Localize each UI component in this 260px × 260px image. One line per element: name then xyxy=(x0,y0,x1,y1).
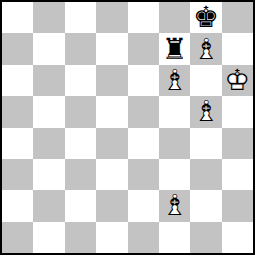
white-king-outline-layer: ♔ xyxy=(224,65,250,96)
square-d7[interactable] xyxy=(96,33,127,64)
square-e7[interactable] xyxy=(128,33,159,64)
square-g3[interactable] xyxy=(190,159,221,190)
square-f8[interactable] xyxy=(159,2,190,33)
white-king-icon: ♚♔ xyxy=(222,65,253,96)
square-h3[interactable] xyxy=(222,159,253,190)
square-h8[interactable] xyxy=(222,2,253,33)
white-bishop-icon: ♝♗ xyxy=(190,33,221,64)
square-g2[interactable] xyxy=(190,190,221,221)
square-h5[interactable] xyxy=(222,96,253,127)
square-g7[interactable]: ♝♗ xyxy=(190,33,221,64)
square-f1[interactable] xyxy=(159,222,190,253)
square-c1[interactable] xyxy=(65,222,96,253)
square-a6[interactable] xyxy=(2,65,33,96)
square-c5[interactable] xyxy=(65,96,96,127)
square-h4[interactable] xyxy=(222,128,253,159)
square-e5[interactable] xyxy=(128,96,159,127)
square-g6[interactable] xyxy=(190,65,221,96)
square-f5[interactable] xyxy=(159,96,190,127)
square-b5[interactable] xyxy=(33,96,64,127)
square-d4[interactable] xyxy=(96,128,127,159)
square-f7[interactable]: ♜ xyxy=(159,33,190,64)
square-d2[interactable] xyxy=(96,190,127,221)
square-d6[interactable] xyxy=(96,65,127,96)
square-c8[interactable] xyxy=(65,2,96,33)
white-bishop-outline-layer: ♗ xyxy=(162,65,188,96)
square-a2[interactable] xyxy=(2,190,33,221)
square-g5[interactable]: ♝♗ xyxy=(190,96,221,127)
square-h1[interactable] xyxy=(222,222,253,253)
square-a4[interactable] xyxy=(2,128,33,159)
square-g8[interactable]: ♚ xyxy=(190,2,221,33)
white-bishop-icon: ♝♗ xyxy=(159,65,190,96)
white-bishop-icon: ♝♗ xyxy=(190,96,221,127)
square-b8[interactable] xyxy=(33,2,64,33)
square-e1[interactable] xyxy=(128,222,159,253)
square-h6[interactable]: ♚♔ xyxy=(222,65,253,96)
square-b6[interactable] xyxy=(33,65,64,96)
square-a8[interactable] xyxy=(2,2,33,33)
square-b2[interactable] xyxy=(33,190,64,221)
square-a1[interactable] xyxy=(2,222,33,253)
square-a5[interactable] xyxy=(2,96,33,127)
square-b3[interactable] xyxy=(33,159,64,190)
square-a3[interactable] xyxy=(2,159,33,190)
square-e8[interactable] xyxy=(128,2,159,33)
white-bishop-outline-layer: ♗ xyxy=(193,96,219,127)
black-rook-outline-layer: ♜ xyxy=(162,34,188,65)
square-c4[interactable] xyxy=(65,128,96,159)
square-f2[interactable]: ♝♗ xyxy=(159,190,190,221)
square-b4[interactable] xyxy=(33,128,64,159)
square-e2[interactable] xyxy=(128,190,159,221)
square-e4[interactable] xyxy=(128,128,159,159)
white-bishop-icon: ♝♗ xyxy=(159,190,190,221)
square-d8[interactable] xyxy=(96,2,127,33)
black-king-outline-layer: ♚ xyxy=(193,2,219,33)
square-c3[interactable] xyxy=(65,159,96,190)
square-d1[interactable] xyxy=(96,222,127,253)
chess-diagram: ♚♜♝♗♝♗♚♔♝♗♝♗ xyxy=(0,0,260,260)
square-c2[interactable] xyxy=(65,190,96,221)
square-f3[interactable] xyxy=(159,159,190,190)
square-f4[interactable] xyxy=(159,128,190,159)
square-a7[interactable] xyxy=(2,33,33,64)
square-g4[interactable] xyxy=(190,128,221,159)
square-f6[interactable]: ♝♗ xyxy=(159,65,190,96)
square-h2[interactable] xyxy=(222,190,253,221)
black-king-icon: ♚ xyxy=(190,2,221,33)
square-b7[interactable] xyxy=(33,33,64,64)
square-d3[interactable] xyxy=(96,159,127,190)
square-e3[interactable] xyxy=(128,159,159,190)
square-b1[interactable] xyxy=(33,222,64,253)
black-rook-icon: ♜ xyxy=(159,33,190,64)
chess-board: ♚♜♝♗♝♗♚♔♝♗♝♗ xyxy=(0,0,255,255)
square-d5[interactable] xyxy=(96,96,127,127)
white-bishop-outline-layer: ♗ xyxy=(193,34,219,65)
square-h7[interactable] xyxy=(222,33,253,64)
square-e6[interactable] xyxy=(128,65,159,96)
white-bishop-outline-layer: ♗ xyxy=(162,190,188,221)
square-g1[interactable] xyxy=(190,222,221,253)
square-c7[interactable] xyxy=(65,33,96,64)
square-c6[interactable] xyxy=(65,65,96,96)
